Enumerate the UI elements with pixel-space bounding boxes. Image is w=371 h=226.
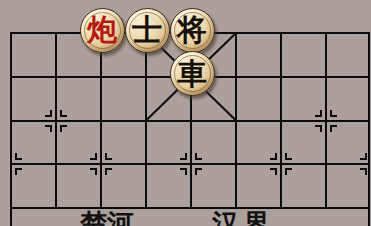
piece-char: 士 [132, 15, 162, 45]
xiangqi-board[interactable]: 炮士将車 楚河 汉界 [0, 0, 371, 226]
river-label-chu-he: 楚河 [80, 211, 134, 226]
board-cell[interactable] [10, 163, 55, 207]
board-cell[interactable] [325, 120, 370, 164]
board-cell[interactable] [235, 163, 280, 207]
board-cell[interactable] [235, 32, 280, 76]
board-cell[interactable] [280, 120, 325, 164]
board-cell[interactable] [190, 163, 235, 207]
board-cell[interactable] [280, 163, 325, 207]
piece-red-cannon[interactable]: 炮 [80, 8, 125, 53]
river-label-han-jie: 汉界 [212, 211, 274, 226]
piece-char: 炮 [87, 15, 117, 45]
board-cell[interactable] [145, 120, 190, 164]
board-cell[interactable] [280, 76, 325, 120]
board-cell[interactable] [325, 76, 370, 120]
board-cell[interactable] [10, 207, 55, 226]
board-cell[interactable] [325, 207, 370, 226]
board-cell[interactable] [145, 163, 190, 207]
board-cell[interactable] [280, 32, 325, 76]
piece-char: 将 [177, 15, 207, 45]
board-cell[interactable] [100, 120, 145, 164]
piece-black-general[interactable]: 将 [170, 8, 215, 53]
board-cell[interactable] [10, 32, 55, 76]
board-cell[interactable] [190, 120, 235, 164]
board-cell[interactable] [235, 120, 280, 164]
board-cell[interactable] [325, 32, 370, 76]
board-cell[interactable] [325, 163, 370, 207]
board-cell[interactable] [145, 207, 190, 226]
board-cell[interactable] [10, 76, 55, 120]
board-cell[interactable] [235, 76, 280, 120]
board-cell[interactable] [280, 207, 325, 226]
board-cell[interactable] [100, 76, 145, 120]
board-cell[interactable] [55, 163, 100, 207]
board-cell[interactable] [55, 76, 100, 120]
piece-black-chariot[interactable]: 車 [170, 51, 215, 96]
piece-black-advisor[interactable]: 士 [125, 8, 170, 53]
board-cell[interactable] [10, 120, 55, 164]
board-cell[interactable] [55, 120, 100, 164]
piece-char: 車 [177, 59, 207, 89]
board-cell[interactable] [100, 163, 145, 207]
